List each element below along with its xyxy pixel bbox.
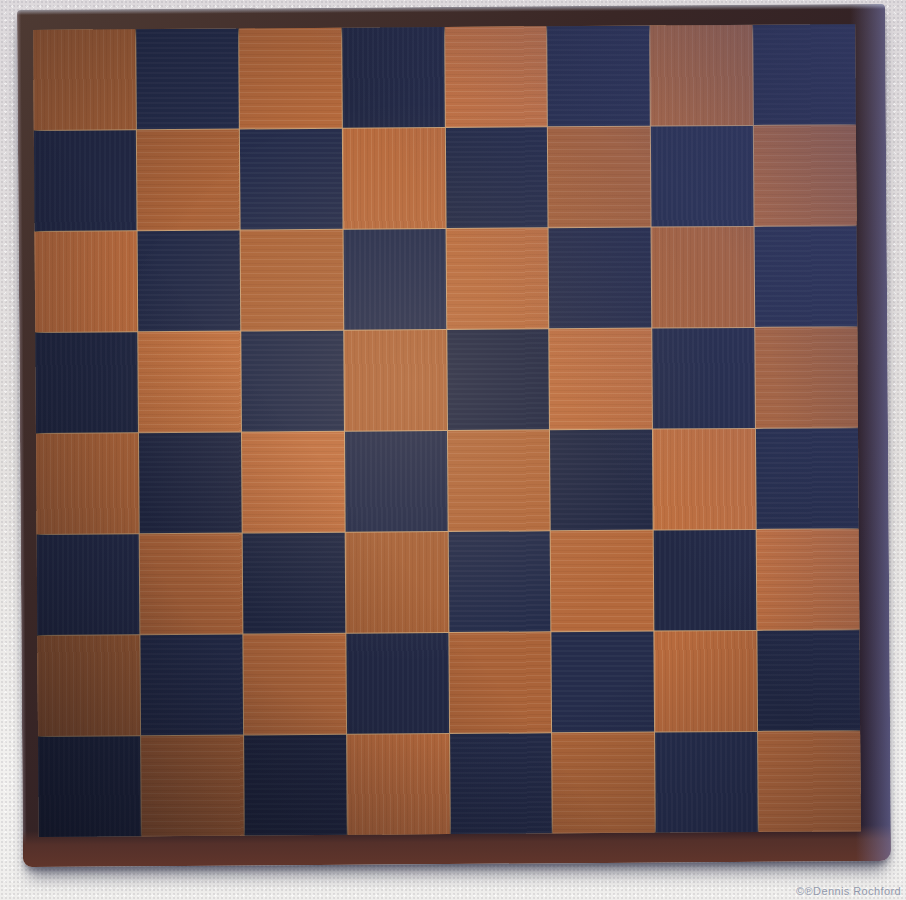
square-a4 (36, 433, 139, 534)
square-d3 (345, 532, 448, 633)
square-e7 (445, 127, 548, 228)
square-f8 (548, 26, 651, 127)
square-c7 (240, 129, 343, 230)
square-c6 (240, 230, 343, 331)
square-h8 (753, 24, 856, 125)
square-a6 (35, 231, 138, 332)
square-f2 (552, 632, 655, 733)
square-e1 (450, 733, 553, 834)
square-a7 (34, 130, 137, 231)
square-d8 (342, 27, 445, 128)
square-f5 (550, 329, 653, 430)
square-b2 (140, 634, 243, 735)
square-e5 (447, 329, 550, 430)
square-h5 (755, 327, 858, 428)
square-h4 (756, 428, 859, 529)
square-a2 (37, 635, 140, 736)
chessboard-frame (17, 4, 891, 867)
square-c3 (242, 533, 345, 634)
square-c8 (239, 28, 342, 129)
square-d7 (342, 128, 445, 229)
square-b7 (137, 129, 240, 230)
square-a8 (33, 29, 136, 130)
square-h3 (757, 529, 860, 630)
square-g1 (655, 732, 758, 833)
square-d6 (343, 229, 446, 330)
square-d4 (345, 431, 448, 532)
square-f7 (548, 127, 651, 228)
square-g5 (653, 328, 756, 429)
square-a3 (37, 534, 140, 635)
square-g7 (651, 126, 754, 227)
square-e2 (449, 632, 552, 733)
square-h1 (758, 731, 861, 832)
square-b5 (138, 331, 241, 432)
square-c2 (243, 634, 346, 735)
square-c5 (241, 331, 344, 432)
square-d5 (344, 330, 447, 431)
square-b4 (139, 432, 242, 533)
square-b3 (140, 533, 243, 634)
square-a5 (35, 332, 138, 433)
square-g2 (655, 631, 758, 732)
photo-background: ©℗Dennis Rochford (0, 0, 906, 900)
square-h7 (754, 125, 857, 226)
square-b8 (136, 28, 239, 129)
square-h6 (755, 226, 858, 327)
watermark-text: ©℗Dennis Rochford (796, 885, 901, 897)
square-f1 (552, 733, 655, 834)
square-e3 (448, 531, 551, 632)
square-f6 (549, 228, 652, 329)
square-a1 (38, 736, 141, 837)
square-g6 (652, 227, 755, 328)
square-e4 (447, 430, 550, 531)
square-g8 (650, 25, 753, 126)
square-h2 (757, 630, 860, 731)
square-e6 (446, 228, 549, 329)
square-g3 (654, 530, 757, 631)
square-d1 (347, 734, 450, 835)
chessboard (33, 24, 861, 837)
square-f3 (551, 531, 654, 632)
square-f4 (550, 430, 653, 531)
square-d2 (346, 633, 449, 734)
square-b1 (141, 735, 244, 836)
square-b6 (137, 230, 240, 331)
square-e8 (445, 26, 548, 127)
square-c1 (244, 735, 347, 836)
square-g4 (653, 429, 756, 530)
square-c4 (242, 432, 345, 533)
